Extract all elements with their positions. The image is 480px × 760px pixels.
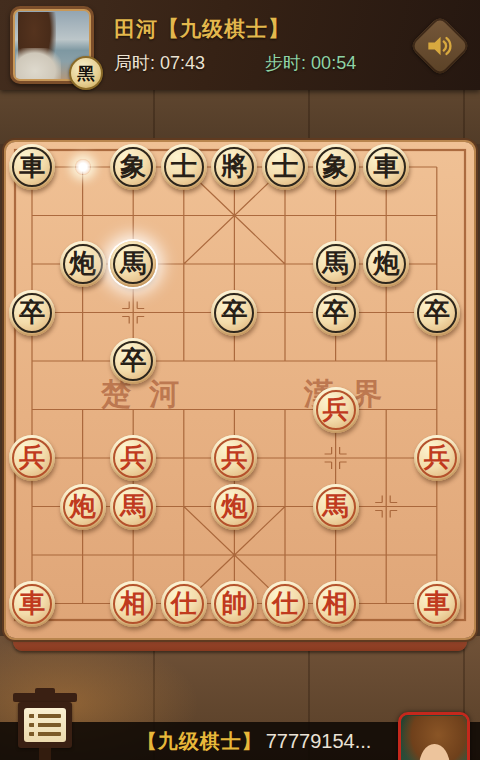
piece-black-卒[interactable]: 卒 (414, 290, 460, 336)
room-info-text: 【九级棋士】77779154... (137, 728, 372, 755)
speaker-icon (426, 32, 454, 60)
piece-character: 士 (272, 153, 298, 179)
piece-red-相[interactable]: 相 (110, 581, 156, 627)
piece-character: 車 (19, 153, 45, 179)
black-side-badge-label: 黑 (78, 62, 95, 85)
piece-character: 卒 (323, 299, 349, 325)
piece-black-象[interactable]: 象 (110, 144, 156, 190)
piece-red-仕[interactable]: 仕 (161, 581, 207, 627)
piece-black-炮[interactable]: 炮 (60, 241, 106, 287)
self-avatar[interactable] (398, 712, 470, 760)
menu-button[interactable] (12, 688, 78, 760)
piece-red-兵[interactable]: 兵 (110, 435, 156, 481)
piece-character: 炮 (70, 250, 96, 276)
piece-character: 卒 (221, 299, 247, 325)
piece-red-帥[interactable]: 帥 (211, 581, 257, 627)
board-bottom-edge (13, 638, 467, 651)
piece-red-馬[interactable]: 馬 (313, 484, 359, 530)
piece-black-馬[interactable]: 馬 (313, 241, 359, 287)
move-timer-value: 00:54 (311, 53, 356, 73)
piece-red-相[interactable]: 相 (313, 581, 359, 627)
move-timer: 步时: 00:54 (265, 53, 356, 73)
menu-line (29, 723, 61, 727)
menu-list-icon (24, 708, 66, 742)
black-side-badge: 黑 (69, 56, 103, 90)
piece-character: 相 (120, 590, 146, 616)
piece-character: 卒 (424, 299, 450, 325)
piece-character: 炮 (373, 250, 399, 276)
piece-black-車[interactable]: 車 (363, 144, 409, 190)
piece-character: 炮 (221, 493, 247, 519)
piece-character: 車 (424, 590, 450, 616)
piece-character: 兵 (323, 396, 349, 422)
piece-character: 車 (19, 590, 45, 616)
piece-red-仕[interactable]: 仕 (262, 581, 308, 627)
piece-black-炮[interactable]: 炮 (363, 241, 409, 287)
piece-character: 仕 (272, 590, 298, 616)
piece-red-兵[interactable]: 兵 (414, 435, 460, 481)
self-avatar-photo (401, 715, 467, 760)
piece-character: 卒 (120, 347, 146, 373)
piece-black-馬[interactable]: 馬 (110, 241, 156, 287)
lantern-lid (13, 693, 77, 702)
piece-character: 帥 (221, 590, 247, 616)
piece-black-士[interactable]: 士 (262, 144, 308, 190)
menu-line (29, 714, 61, 718)
piece-black-卒[interactable]: 卒 (313, 290, 359, 336)
piece-black-卒[interactable]: 卒 (211, 290, 257, 336)
move-timer-label: 步时: (265, 53, 306, 73)
piece-black-卒[interactable]: 卒 (9, 290, 55, 336)
board-area: 楚河 漢界 車象士將士象車炮馬馬炮卒卒卒卒卒兵兵兵兵兵炮馬炮馬車相仕帥仕相車 (6, 142, 474, 651)
piece-character: 士 (171, 153, 197, 179)
piece-black-卒[interactable]: 卒 (110, 338, 156, 384)
piece-red-兵[interactable]: 兵 (211, 435, 257, 481)
timers: 局时: 07:43步时: 00:54 (114, 51, 356, 75)
room-rank-label: 【九级棋士】 (137, 730, 263, 752)
piece-red-炮[interactable]: 炮 (211, 484, 257, 530)
piece-character: 象 (120, 153, 146, 179)
lantern-body (18, 702, 72, 748)
game-timer-label: 局时: (114, 53, 155, 73)
piece-character: 馬 (323, 250, 349, 276)
piece-character: 卒 (19, 299, 45, 325)
piece-character: 象 (323, 153, 349, 179)
piece-character: 馬 (120, 493, 146, 519)
xiangqi-game-screen: 黑 田河【九级棋士】 局时: 07:43步时: 00:54 楚河 漢界 車象士將… (0, 0, 480, 760)
opponent-panel: 黑 田河【九级棋士】 局时: 07:43步时: 00:54 (0, 0, 480, 90)
room-number: 77779154... (266, 730, 372, 752)
piece-character: 兵 (19, 444, 45, 470)
sound-button[interactable] (409, 15, 471, 77)
wood-background-top (0, 90, 480, 144)
xiangqi-board[interactable]: 楚河 漢界 車象士將士象車炮馬馬炮卒卒卒卒卒兵兵兵兵兵炮馬炮馬車相仕帥仕相車 (6, 142, 474, 638)
game-timer-value: 07:43 (160, 53, 205, 73)
piece-red-車[interactable]: 車 (9, 581, 55, 627)
pieces-layer: 車象士將士象車炮馬馬炮卒卒卒卒卒兵兵兵兵兵炮馬炮馬車相仕帥仕相車 (7, 143, 462, 628)
lantern-post (39, 748, 51, 760)
piece-character: 兵 (221, 444, 247, 470)
piece-red-車[interactable]: 車 (414, 581, 460, 627)
piece-character: 仕 (171, 590, 197, 616)
game-timer: 局时: 07:43 (114, 53, 205, 73)
piece-black-車[interactable]: 車 (9, 144, 55, 190)
piece-red-兵[interactable]: 兵 (313, 387, 359, 433)
menu-line (29, 732, 61, 736)
avatar-photo-body (16, 48, 60, 81)
piece-character: 炮 (70, 493, 96, 519)
opponent-avatar[interactable]: 黑 (10, 6, 94, 84)
piece-character: 將 (221, 153, 247, 179)
piece-red-馬[interactable]: 馬 (110, 484, 156, 530)
piece-character: 兵 (120, 444, 146, 470)
piece-character: 車 (373, 153, 399, 179)
opponent-name: 田河【九级棋士】 (114, 15, 290, 43)
piece-character: 馬 (120, 250, 146, 276)
last-move-origin-marker (75, 159, 91, 175)
piece-character: 相 (323, 590, 349, 616)
piece-red-兵[interactable]: 兵 (9, 435, 55, 481)
piece-black-將[interactable]: 將 (211, 144, 257, 190)
piece-character: 兵 (424, 444, 450, 470)
piece-character: 馬 (323, 493, 349, 519)
piece-black-士[interactable]: 士 (161, 144, 207, 190)
piece-black-象[interactable]: 象 (313, 144, 359, 190)
piece-red-炮[interactable]: 炮 (60, 484, 106, 530)
